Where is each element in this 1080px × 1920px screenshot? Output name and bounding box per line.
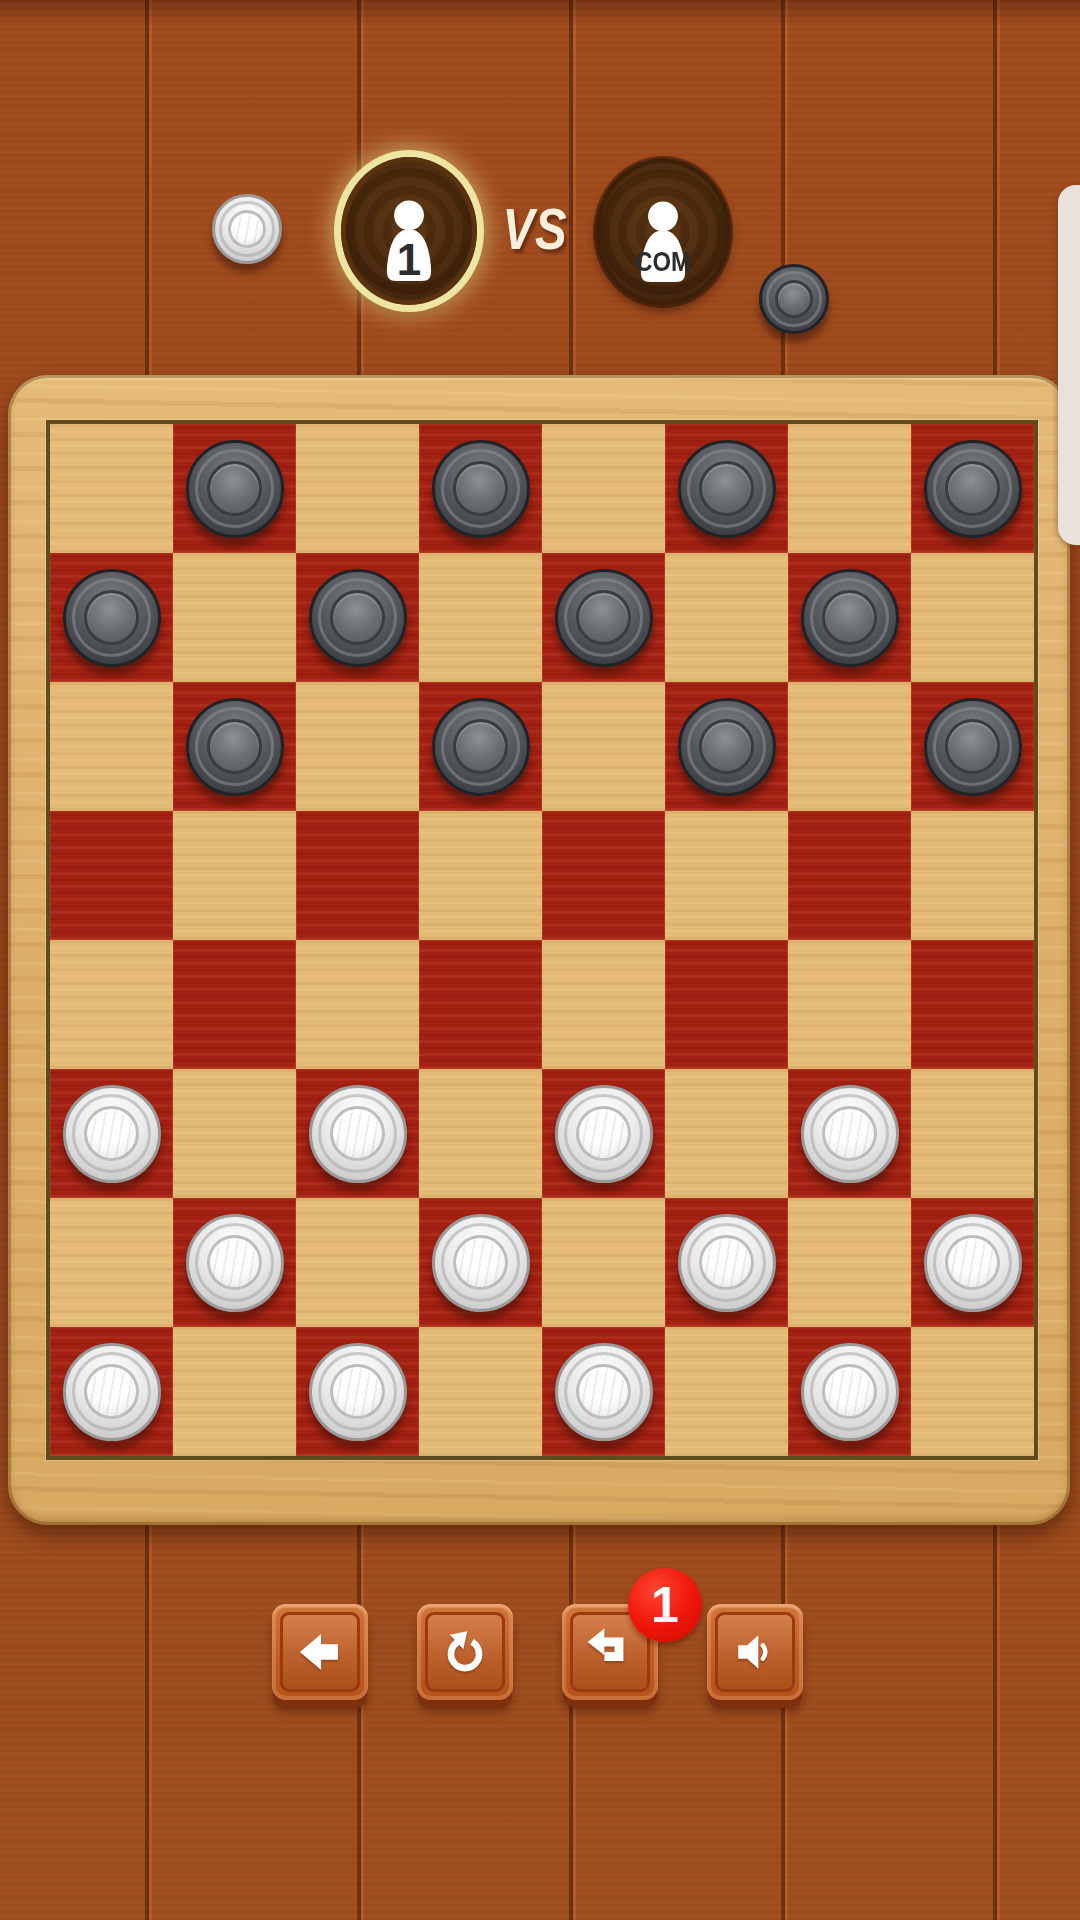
dark-square-31[interactable] xyxy=(542,1327,665,1456)
black-checker[interactable] xyxy=(678,440,776,538)
light-square xyxy=(665,1069,788,1198)
black-checker[interactable] xyxy=(432,440,530,538)
undo-count-badge: 1 xyxy=(628,1568,702,1642)
checker-top xyxy=(699,461,754,516)
light-square xyxy=(911,553,1034,682)
light-square xyxy=(665,553,788,682)
dark-square-17[interactable] xyxy=(173,940,296,1069)
toolbar: 1 xyxy=(272,1604,803,1700)
dark-square-7[interactable] xyxy=(542,553,665,682)
dark-square-26[interactable] xyxy=(419,1198,542,1327)
system-edge-handle[interactable] xyxy=(1058,185,1080,545)
restart-button-wrap xyxy=(417,1604,513,1700)
white-checker[interactable] xyxy=(432,1214,530,1312)
person-icon xyxy=(616,184,709,297)
dark-square-28[interactable] xyxy=(911,1198,1034,1327)
light-square xyxy=(50,424,173,553)
dark-square-8[interactable] xyxy=(788,553,911,682)
light-square xyxy=(788,1198,911,1327)
undo-count: 1 xyxy=(651,1576,679,1634)
checker-top xyxy=(207,1235,262,1290)
dark-square-25[interactable] xyxy=(173,1198,296,1327)
board-frame xyxy=(8,375,1070,1525)
dark-square-10[interactable] xyxy=(419,682,542,811)
light-square xyxy=(911,1327,1034,1456)
black-checker[interactable] xyxy=(186,440,284,538)
white-checker[interactable] xyxy=(309,1343,407,1441)
checker-top xyxy=(699,1235,754,1290)
dark-square-13[interactable] xyxy=(50,811,173,940)
dark-square-32[interactable] xyxy=(788,1327,911,1456)
checker-top xyxy=(453,1235,508,1290)
speaker-icon xyxy=(727,1624,783,1680)
player2-name: COM xyxy=(609,246,716,278)
checker-top xyxy=(945,719,1000,774)
light-square xyxy=(419,1327,542,1456)
light-square xyxy=(788,682,911,811)
dark-square-12[interactable] xyxy=(911,682,1034,811)
white-checker[interactable] xyxy=(678,1214,776,1312)
black-checker[interactable] xyxy=(186,698,284,796)
restart-icon xyxy=(437,1624,493,1680)
dark-square-1[interactable] xyxy=(173,424,296,553)
checker-top xyxy=(330,590,385,645)
white-checker[interactable] xyxy=(924,1214,1022,1312)
checker-top xyxy=(945,461,1000,516)
dark-square-5[interactable] xyxy=(50,553,173,682)
back-button-wrap xyxy=(272,1604,368,1700)
checkers-board xyxy=(46,420,1038,1460)
white-checker[interactable] xyxy=(186,1214,284,1312)
dark-square-18[interactable] xyxy=(419,940,542,1069)
light-square xyxy=(419,811,542,940)
dark-square-23[interactable] xyxy=(542,1069,665,1198)
checker-top xyxy=(576,590,631,645)
dark-square-24[interactable] xyxy=(788,1069,911,1198)
dark-square-27[interactable] xyxy=(665,1198,788,1327)
player1-name: 1 xyxy=(346,235,472,285)
checker-top xyxy=(84,1106,139,1161)
checker-top xyxy=(822,1364,877,1419)
checkers-game-screen: 1 VS COM xyxy=(0,0,1080,1920)
dark-square-9[interactable] xyxy=(173,682,296,811)
dark-square-4[interactable] xyxy=(911,424,1034,553)
dark-square-20[interactable] xyxy=(911,940,1034,1069)
checker-top xyxy=(453,461,508,516)
dark-square-29[interactable] xyxy=(50,1327,173,1456)
checker-top xyxy=(576,1106,631,1161)
black-checker[interactable] xyxy=(801,569,899,667)
black-checker[interactable] xyxy=(555,569,653,667)
light-square xyxy=(173,1327,296,1456)
light-square xyxy=(542,940,665,1069)
dark-square-19[interactable] xyxy=(665,940,788,1069)
checker-top xyxy=(822,1106,877,1161)
white-checker[interactable] xyxy=(309,1085,407,1183)
light-square xyxy=(419,553,542,682)
light-square xyxy=(419,1069,542,1198)
back-arrow-icon xyxy=(292,1624,348,1680)
black-checker[interactable] xyxy=(432,698,530,796)
light-square xyxy=(50,682,173,811)
dark-square-21[interactable] xyxy=(50,1069,173,1198)
dark-square-6[interactable] xyxy=(296,553,419,682)
undo-button-wrap: 1 xyxy=(562,1604,658,1700)
white-checker[interactable] xyxy=(63,1343,161,1441)
light-square xyxy=(296,682,419,811)
light-square xyxy=(665,811,788,940)
checker-top xyxy=(330,1364,385,1419)
white-checker[interactable] xyxy=(555,1085,653,1183)
player2-avatar: COM xyxy=(595,158,731,306)
light-square xyxy=(173,811,296,940)
checker-top xyxy=(84,1364,139,1419)
black-checker[interactable] xyxy=(678,698,776,796)
dark-square-30[interactable] xyxy=(296,1327,419,1456)
light-square xyxy=(173,553,296,682)
checker-top xyxy=(576,1364,631,1419)
player2-color-checker xyxy=(759,264,829,334)
checker-top xyxy=(945,1235,1000,1290)
checker-top xyxy=(207,719,262,774)
checker-top xyxy=(453,719,508,774)
restart-button[interactable] xyxy=(417,1604,513,1700)
dark-square-15[interactable] xyxy=(542,811,665,940)
vs-label: VS xyxy=(502,195,567,262)
white-checker[interactable] xyxy=(801,1343,899,1441)
light-square xyxy=(542,424,665,553)
light-square xyxy=(788,940,911,1069)
white-checker[interactable] xyxy=(801,1085,899,1183)
dark-square-11[interactable] xyxy=(665,682,788,811)
light-square xyxy=(665,1327,788,1456)
light-square xyxy=(173,1069,296,1198)
undo-icon xyxy=(582,1624,638,1680)
checker-top xyxy=(699,719,754,774)
light-square xyxy=(296,424,419,553)
sound-button[interactable] xyxy=(707,1604,803,1700)
black-checker[interactable] xyxy=(63,569,161,667)
light-square xyxy=(50,940,173,1069)
light-square xyxy=(911,1069,1034,1198)
checker-top xyxy=(84,590,139,645)
light-square xyxy=(911,811,1034,940)
light-square xyxy=(50,1198,173,1327)
white-checker[interactable] xyxy=(63,1085,161,1183)
black-checker[interactable] xyxy=(924,698,1022,796)
black-checker[interactable] xyxy=(309,569,407,667)
checker-top xyxy=(330,1106,385,1161)
dark-square-3[interactable] xyxy=(665,424,788,553)
black-checker[interactable] xyxy=(924,440,1022,538)
player1-color-checker xyxy=(212,194,282,264)
dark-square-16[interactable] xyxy=(788,811,911,940)
player1-avatar: 1 xyxy=(341,157,477,305)
checker-top xyxy=(207,461,262,516)
sound-button-wrap xyxy=(707,1604,803,1700)
checker-top xyxy=(822,590,877,645)
dark-square-14[interactable] xyxy=(296,811,419,940)
light-square xyxy=(542,1198,665,1327)
light-square xyxy=(542,682,665,811)
dark-square-2[interactable] xyxy=(419,424,542,553)
light-square xyxy=(296,1198,419,1327)
dark-square-22[interactable] xyxy=(296,1069,419,1198)
back-button[interactable] xyxy=(272,1604,368,1700)
light-square xyxy=(296,940,419,1069)
light-square xyxy=(788,424,911,553)
white-checker[interactable] xyxy=(555,1343,653,1441)
